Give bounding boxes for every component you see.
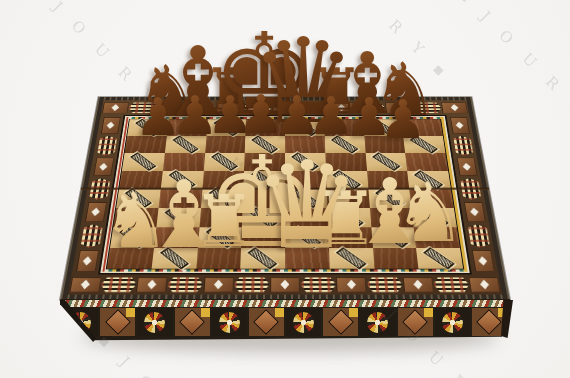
mosaic-medallion <box>366 277 403 292</box>
mop-diamond-inlay <box>336 277 366 292</box>
mop-diamond-inlay <box>270 277 300 292</box>
mosaic-medallion <box>100 277 138 292</box>
mosaic-medallion <box>300 277 336 292</box>
mosaic-medallion <box>80 224 103 247</box>
mosaic-medallion <box>167 277 204 292</box>
front-diamond-tile <box>398 308 433 336</box>
front-rosette-tile <box>360 308 395 336</box>
piece-dark-pawn-a7[interactable]: ♟ <box>135 91 182 143</box>
front-rosette-tile <box>435 308 470 336</box>
front-diamond-tile <box>249 308 284 336</box>
mosaic-medallion <box>234 277 270 292</box>
border-strip-bottom <box>68 275 502 295</box>
box-front-face <box>60 299 510 342</box>
mosaic-medallion <box>433 277 471 292</box>
front-rosette-tile <box>212 308 247 336</box>
rosette-motif <box>442 312 463 333</box>
mop-diamond-inlay <box>93 158 114 176</box>
mop-diamond-inlay <box>76 250 99 272</box>
mop-diamond-inlay <box>441 102 468 113</box>
rosette-motif <box>144 312 165 333</box>
rosette-motif <box>219 312 240 333</box>
rosette-motif <box>293 312 314 333</box>
front-diamond-tile <box>100 308 135 336</box>
mop-diamond-inlay <box>69 277 101 292</box>
piece-light-queen-e1[interactable]: ♛ <box>253 145 361 266</box>
mop-diamond-inlay <box>450 117 470 134</box>
mop-diamond-inlay <box>102 102 129 113</box>
mosaic-medallion <box>96 136 117 156</box>
front-diamond-tile <box>323 308 358 336</box>
front-diamond-tile <box>175 308 210 336</box>
mop-diamond-inlay <box>471 250 494 272</box>
front-rosette-tile <box>286 308 321 336</box>
mop-diamond-inlay <box>469 277 501 292</box>
front-rosette-tile <box>137 308 172 336</box>
product-photo: ♜♚♜♝♞♝♞♛♟♟♟♟♟♟♟♟♟♞♝♚♜♜♛♝♞ J O U R Y ▪▪ J… <box>0 0 570 378</box>
piece-dark-pawn-h7[interactable]: ♟ <box>379 93 427 146</box>
front-mosaic-band <box>62 308 508 336</box>
rosette-motif <box>367 312 388 333</box>
piece-light-knight-a1[interactable]: ♞ <box>102 183 171 260</box>
mop-diamond-inlay <box>136 277 167 292</box>
mop-diamond-inlay <box>203 277 233 292</box>
mop-diamond-inlay <box>100 117 120 134</box>
mop-diamond-inlay <box>402 277 433 292</box>
front-stripe-band <box>60 300 510 307</box>
mosaic-medallion <box>453 136 474 156</box>
mosaic-medallion <box>467 224 490 247</box>
